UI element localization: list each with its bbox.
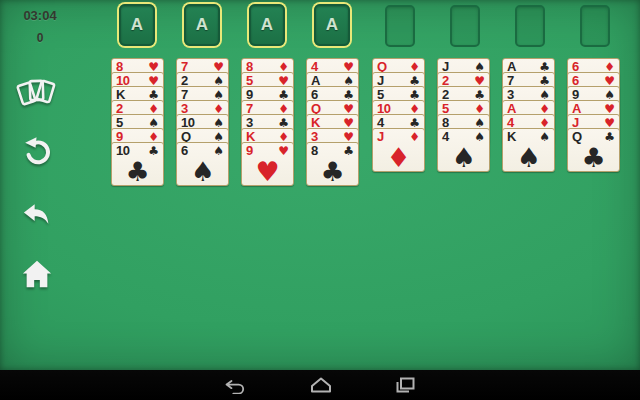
suit-icon: ♦ [539,117,550,129]
card-KS[interactable]: K♠♠ [502,128,555,172]
suit-icon: ♣ [148,89,159,101]
suit-icon: ♥ [148,75,159,87]
home-icon [21,257,53,291]
suit-icon: ♠ [213,131,224,143]
card-JD[interactable]: J♦♦ [372,128,425,172]
suit-icon: ♥ [604,75,615,87]
card-9H[interactable]: 9♥♥ [241,142,294,186]
card-8C[interactable]: 8♣♣ [306,142,359,186]
suit-icon: ♦ [409,103,420,115]
card-QC[interactable]: Q♣♣ [567,128,620,172]
suit-icon-large: ♠ [503,144,554,171]
card-rank: K [507,130,516,143]
foundation-ace-label: A [326,15,338,34]
suit-icon: ♥ [343,61,354,73]
suit-icon: ♣ [539,75,550,87]
suit-icon: ♠ [213,145,224,157]
suit-icon: ♦ [213,103,224,115]
tableau-column-7: A♣7♣3♠A♦4♦K♠♠ [502,58,555,208]
card-10C[interactable]: 10♣♣ [111,142,164,186]
timer: 03:04 [0,8,80,23]
suit-icon: ♠ [213,89,224,101]
suit-icon: ♠ [474,61,485,73]
suit-icon: ♠ [474,131,485,143]
card-4S[interactable]: 4♠♠ [437,128,490,172]
tableau-column-6: J♠2♥2♣5♦8♠4♠♠ [437,58,490,208]
cards-icon [16,75,58,113]
free-cell-1[interactable] [385,5,415,47]
suit-icon: ♣ [343,145,354,157]
suit-icon: ♦ [278,131,289,143]
foundation-ace-label: A [196,15,208,34]
card-rank: Q [572,130,582,143]
suit-icon-large: ♣ [568,144,619,171]
suit-icon: ♣ [343,89,354,101]
tableau-column-4: 4♥A♠6♣Q♥K♥3♥8♣♣ [306,58,359,208]
suit-icon: ♣ [604,131,615,143]
suit-icon: ♦ [409,61,420,73]
suit-icon: ♦ [474,103,485,115]
foundation-ace-label: A [131,15,143,34]
suit-icon: ♥ [278,145,289,157]
tableau-column-3: 8♦5♥9♣7♦3♣K♦9♥♥ [241,58,294,208]
suit-icon: ♦ [148,131,159,143]
suit-icon: ♠ [148,117,159,129]
card-rank: 4 [442,130,449,143]
tableau-column-8: 6♦6♥9♠A♥J♥Q♣♣ [567,58,620,208]
free-cell-2[interactable] [450,5,480,47]
suit-icon: ♦ [409,131,420,143]
foundation-slot-3[interactable]: A [249,4,285,46]
suit-icon: ♠ [343,75,354,87]
suit-icon-large: ♦ [373,144,424,171]
card-6S[interactable]: 6♠♠ [176,142,229,186]
suit-icon: ♣ [409,117,420,129]
suit-icon-large: ♥ [242,158,293,185]
suit-icon: ♣ [474,89,485,101]
nav-home-button[interactable] [309,376,333,394]
home-button[interactable] [14,252,60,296]
suit-icon: ♦ [148,103,159,115]
table-felt: 03:04 0 [0,0,640,370]
tableau-column-1: 8♥10♥K♣2♦5♠9♦10♣♣ [111,58,164,208]
free-cell-4[interactable] [580,5,610,47]
suit-icon: ♥ [343,117,354,129]
suit-icon: ♥ [213,61,224,73]
new-game-button[interactable] [14,72,60,116]
suit-icon: ♣ [539,61,550,73]
suit-icon: ♦ [539,103,550,115]
suit-icon: ♠ [539,89,550,101]
free-cell-3[interactable] [515,5,545,47]
restart-button[interactable] [14,130,60,174]
nav-recents-button[interactable] [394,376,416,394]
suit-icon: ♠ [539,131,550,143]
suit-icon: ♥ [148,61,159,73]
hud: 03:04 0 [0,8,80,45]
suit-icon: ♠ [604,89,615,101]
suit-icon: ♣ [278,89,289,101]
suit-icon: ♥ [343,131,354,143]
android-navbar [0,370,640,400]
undo-arrow-icon [20,200,54,228]
card-rank: 6 [181,144,188,157]
foundation-slot-4[interactable]: A [314,4,350,46]
undo-button[interactable] [14,192,60,236]
nav-back-icon [224,376,248,394]
suit-icon: ♥ [343,103,354,115]
game-screen: 03:04 0 [0,0,640,400]
suit-icon: ♥ [604,103,615,115]
tableau-column-2: 7♥2♠7♠3♦10♠Q♠6♠♠ [176,58,229,208]
suit-icon: ♦ [278,103,289,115]
card-rank: 8 [311,144,318,157]
suit-icon: ♥ [474,75,485,87]
suit-icon: ♣ [278,117,289,129]
suit-icon-large: ♠ [177,158,228,185]
foundation-slot-1[interactable]: A [119,4,155,46]
suit-icon: ♣ [409,89,420,101]
suit-icon: ♦ [278,61,289,73]
suit-icon: ♥ [604,117,615,129]
suit-icon: ♣ [148,145,159,157]
suit-icon-large: ♠ [438,144,489,171]
nav-recents-icon [394,376,416,394]
tableau-column-5: Q♦J♣5♣10♦4♣J♦♦ [372,58,425,208]
foundation-ace-label: A [261,15,273,34]
restart-icon [20,135,54,169]
suit-icon-large: ♣ [307,158,358,185]
nav-back-button[interactable] [224,376,248,394]
suit-icon: ♠ [213,75,224,87]
suit-icon: ♠ [213,117,224,129]
score: 0 [0,31,80,45]
card-rank: 9 [246,144,253,157]
suit-icon-large: ♣ [112,158,163,185]
suit-icon: ♠ [474,117,485,129]
suit-icon: ♥ [278,75,289,87]
suit-icon: ♦ [604,61,615,73]
suit-icon: ♣ [409,75,420,87]
foundation-slot-2[interactable]: A [184,4,220,46]
nav-home-icon [309,376,333,394]
card-rank: J [377,130,384,143]
